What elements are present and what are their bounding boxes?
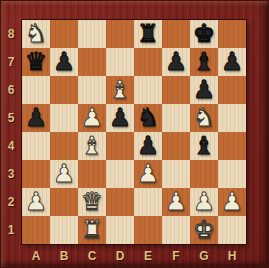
square-a1[interactable] — [22, 216, 50, 244]
square-b5[interactable] — [50, 104, 78, 132]
black-rook: ♜ — [134, 20, 162, 48]
square-f7[interactable]: ♟ — [162, 48, 190, 76]
square-e1[interactable] — [134, 216, 162, 244]
square-b4[interactable] — [50, 132, 78, 160]
white-king: ♚ — [190, 216, 218, 244]
square-c2[interactable]: ♛ — [78, 188, 106, 216]
square-f3[interactable] — [162, 160, 190, 188]
square-c5[interactable]: ♟ — [78, 104, 106, 132]
square-g1[interactable]: ♚ — [190, 216, 218, 244]
square-e5[interactable]: ♞ — [134, 104, 162, 132]
white-pawn: ♟ — [78, 104, 106, 132]
square-d3[interactable] — [106, 160, 134, 188]
square-b1[interactable] — [50, 216, 78, 244]
square-d7[interactable] — [106, 48, 134, 76]
square-e7[interactable] — [134, 48, 162, 76]
square-h5[interactable] — [218, 104, 246, 132]
square-g4[interactable]: ♝ — [190, 132, 218, 160]
chess-board: ♞♜♚♛♟♟♝♟♝♟♟♟♟♞♞♝♟♝♟♟♟♛♟♟♟♜♚ — [22, 20, 246, 244]
chess-diagram: 87654321 ♞♜♚♛♟♟♝♟♝♟♟♟♟♞♞♝♟♝♟♟♟♛♟♟♟♜♚ ABC… — [0, 0, 269, 268]
white-pawn: ♟ — [22, 188, 50, 216]
square-a6[interactable] — [22, 76, 50, 104]
square-f6[interactable] — [162, 76, 190, 104]
square-d8[interactable] — [106, 20, 134, 48]
square-e2[interactable] — [134, 188, 162, 216]
square-d5[interactable]: ♟ — [106, 104, 134, 132]
square-c3[interactable] — [78, 160, 106, 188]
white-bishop: ♝ — [106, 76, 134, 104]
black-pawn: ♟ — [22, 104, 50, 132]
white-knight: ♞ — [22, 20, 50, 48]
black-bishop: ♝ — [190, 132, 218, 160]
square-b8[interactable] — [50, 20, 78, 48]
square-h8[interactable] — [218, 20, 246, 48]
black-pawn: ♟ — [50, 48, 78, 76]
square-e6[interactable] — [134, 76, 162, 104]
black-knight: ♞ — [134, 104, 162, 132]
square-g7[interactable]: ♝ — [190, 48, 218, 76]
square-c1[interactable]: ♜ — [78, 216, 106, 244]
square-a8[interactable]: ♞ — [22, 20, 50, 48]
square-c7[interactable] — [78, 48, 106, 76]
square-b7[interactable]: ♟ — [50, 48, 78, 76]
square-e3[interactable]: ♟ — [134, 160, 162, 188]
square-b6[interactable] — [50, 76, 78, 104]
file-labels: ABCDEFGH — [22, 244, 246, 268]
file-label-g: G — [190, 244, 218, 268]
file-label-e: E — [134, 244, 162, 268]
square-c6[interactable] — [78, 76, 106, 104]
square-e8[interactable]: ♜ — [134, 20, 162, 48]
white-bishop: ♝ — [78, 132, 106, 160]
square-b3[interactable]: ♟ — [50, 160, 78, 188]
black-pawn: ♟ — [134, 132, 162, 160]
file-label-f: F — [162, 244, 190, 268]
square-d2[interactable] — [106, 188, 134, 216]
square-d4[interactable] — [106, 132, 134, 160]
square-f5[interactable] — [162, 104, 190, 132]
square-g6[interactable]: ♟ — [190, 76, 218, 104]
rank-label-5: 5 — [0, 104, 22, 132]
square-h4[interactable] — [218, 132, 246, 160]
square-d6[interactable]: ♝ — [106, 76, 134, 104]
white-pawn: ♟ — [190, 188, 218, 216]
rank-label-8: 8 — [0, 20, 22, 48]
file-label-h: H — [218, 244, 246, 268]
square-h3[interactable] — [218, 160, 246, 188]
black-pawn: ♟ — [162, 48, 190, 76]
rank-label-4: 4 — [0, 132, 22, 160]
file-label-c: C — [78, 244, 106, 268]
rank-labels: 87654321 — [0, 20, 22, 244]
square-f2[interactable]: ♟ — [162, 188, 190, 216]
file-label-d: D — [106, 244, 134, 268]
white-pawn: ♟ — [134, 160, 162, 188]
square-a2[interactable]: ♟ — [22, 188, 50, 216]
black-queen: ♛ — [22, 48, 50, 76]
black-pawn: ♟ — [218, 48, 246, 76]
rank-label-7: 7 — [0, 48, 22, 76]
square-h7[interactable]: ♟ — [218, 48, 246, 76]
rank-label-3: 3 — [0, 160, 22, 188]
square-b2[interactable] — [50, 188, 78, 216]
square-a5[interactable]: ♟ — [22, 104, 50, 132]
square-g5[interactable]: ♞ — [190, 104, 218, 132]
square-d1[interactable] — [106, 216, 134, 244]
square-a3[interactable] — [22, 160, 50, 188]
black-bishop: ♝ — [190, 48, 218, 76]
white-queen: ♛ — [78, 188, 106, 216]
square-c4[interactable]: ♝ — [78, 132, 106, 160]
square-h6[interactable] — [218, 76, 246, 104]
black-pawn: ♟ — [106, 104, 134, 132]
square-c8[interactable] — [78, 20, 106, 48]
white-pawn: ♟ — [162, 188, 190, 216]
square-f4[interactable] — [162, 132, 190, 160]
square-f8[interactable] — [162, 20, 190, 48]
black-pawn: ♟ — [190, 76, 218, 104]
square-a7[interactable]: ♛ — [22, 48, 50, 76]
square-a4[interactable] — [22, 132, 50, 160]
white-pawn: ♟ — [218, 188, 246, 216]
square-h2[interactable]: ♟ — [218, 188, 246, 216]
file-label-b: B — [50, 244, 78, 268]
white-knight: ♞ — [190, 104, 218, 132]
rank-label-2: 2 — [0, 188, 22, 216]
square-g2[interactable]: ♟ — [190, 188, 218, 216]
square-h1[interactable] — [218, 216, 246, 244]
white-pawn: ♟ — [50, 160, 78, 188]
square-g8[interactable]: ♚ — [190, 20, 218, 48]
rank-label-6: 6 — [0, 76, 22, 104]
square-f1[interactable] — [162, 216, 190, 244]
square-e4[interactable]: ♟ — [134, 132, 162, 160]
white-rook: ♜ — [78, 216, 106, 244]
rank-label-1: 1 — [0, 216, 22, 244]
square-g3[interactable] — [190, 160, 218, 188]
black-king: ♚ — [190, 20, 218, 48]
file-label-a: A — [22, 244, 50, 268]
